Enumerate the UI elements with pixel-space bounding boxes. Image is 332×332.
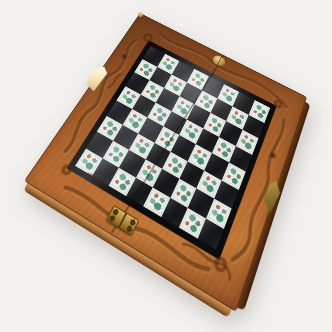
chessboard <box>24 13 307 312</box>
board-shadow <box>0 0 332 332</box>
product-photo-chessboard <box>0 0 332 332</box>
